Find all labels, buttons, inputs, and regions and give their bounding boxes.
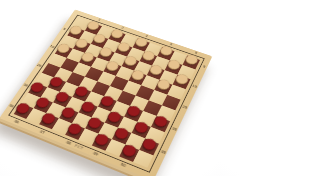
coordinate-label: 15 <box>192 84 198 89</box>
red-piece[interactable]: ● <box>39 110 59 126</box>
coordinate-label: 5 <box>202 65 206 69</box>
wood-piece[interactable]: ● <box>155 77 173 92</box>
draughts-board: ●●●●●●●●●●●●●●●●●●●●●●●●●●●●●●●●●●●●●●●●… <box>0 9 212 176</box>
photo-scene: ●●●●●●●●●●●●●●●●●●●●●●●●●●●●●●●●●●●●●●●●… <box>0 0 220 176</box>
coordinate-label: 45 <box>160 150 167 155</box>
coordinate-label: 25 <box>182 105 188 110</box>
coordinate-label: 35 <box>171 127 178 132</box>
board-frame: ●●●●●●●●●●●●●●●●●●●●●●●●●●●●●●●●●●●●●●●●… <box>0 9 212 176</box>
